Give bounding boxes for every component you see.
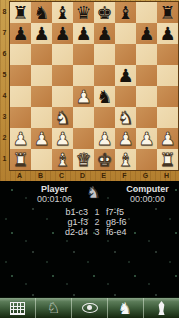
piece-bp-c7: ♟ [52, 23, 73, 44]
move-row: d2-d4 3 f6-e4 [50, 227, 179, 237]
rank-label-5: 5 [0, 64, 9, 85]
piece-bn-e4: ♞ [94, 86, 115, 107]
square-d3[interactable] [73, 107, 94, 128]
square-c7[interactable]: ♟ [52, 23, 73, 44]
player-label: Player [24, 184, 85, 194]
square-b5[interactable] [31, 65, 52, 86]
computer-clock: 00:00:00 [116, 194, 179, 204]
piece-wn-c3: ♞ [52, 107, 73, 128]
square-c8[interactable]: ♝ [52, 2, 73, 23]
black-move: f6-e4 [106, 227, 146, 237]
knight-outline-icon: ♘ [47, 300, 60, 316]
square-b7[interactable]: ♟ [31, 23, 52, 44]
square-g8[interactable] [136, 2, 157, 23]
piece-wp-e2: ♟ [94, 128, 115, 149]
file-label-d: D [72, 171, 93, 181]
square-e8[interactable]: ♚ [94, 2, 115, 23]
square-c4[interactable] [52, 86, 73, 107]
piece-wp-d4: ♟ [73, 86, 94, 107]
bottom-toolbar: ♘ ♞ [0, 297, 179, 318]
piece-bn-b8: ♞ [31, 2, 52, 23]
rank-label-8: 8 [0, 1, 9, 22]
file-label-e: E [93, 171, 114, 181]
square-a5[interactable] [10, 65, 31, 86]
file-label-a: A [9, 171, 30, 181]
square-b3[interactable] [31, 107, 52, 128]
piece-wk-e1: ♚ [94, 149, 115, 170]
piece-wp-g2: ♟ [136, 128, 157, 149]
square-h2[interactable]: ♟ [157, 128, 178, 149]
move-row: g1-f3 2 g8-f6 [50, 217, 179, 227]
piece-wp-f2: ♟ [115, 128, 136, 149]
move-number: 2 [88, 217, 106, 227]
square-f7[interactable] [115, 23, 136, 44]
piece-wp-a2: ♟ [10, 128, 31, 149]
hint-button[interactable]: ♞ [107, 298, 143, 318]
square-h8[interactable]: ♜ [157, 2, 178, 23]
piece-br-h8: ♜ [157, 2, 178, 23]
piece-wr-h1: ♜ [157, 149, 178, 170]
square-e6[interactable] [94, 44, 115, 65]
file-labels: ABCDEFGH [9, 171, 177, 181]
square-b6[interactable] [31, 44, 52, 65]
turn-knight-icon: ♞ [86, 184, 102, 202]
clock-header: Player 00:01:06 ♞ Computer 00:00:00 [0, 181, 179, 204]
square-a4[interactable] [10, 86, 31, 107]
piece-bp-e7: ♟ [94, 23, 115, 44]
square-b8[interactable]: ♞ [31, 2, 52, 23]
computer-label: Computer [116, 184, 179, 194]
rank-label-1: 1 [0, 148, 9, 169]
square-e3[interactable] [94, 107, 115, 128]
bookmark-button[interactable] [143, 298, 179, 318]
file-label-f: F [114, 171, 135, 181]
square-g6[interactable] [136, 44, 157, 65]
square-g2[interactable]: ♟ [136, 128, 157, 149]
piece-wq-d1: ♛ [73, 149, 94, 170]
piece-bk-e8: ♚ [94, 2, 115, 23]
file-label-h: H [156, 171, 177, 181]
file-label-c: C [51, 171, 72, 181]
square-c5[interactable] [52, 65, 73, 86]
board-squares: ♜♞♝♛♚♝♜♟♟♟♟♟♟♟♟♟♞♞♞♟♟♟♟♟♟♟♜♝♛♚♝♜ [9, 1, 179, 171]
piece-wn-f3: ♞ [115, 107, 136, 128]
piece-bp-f5: ♟ [115, 65, 136, 86]
move-number: 1 [88, 207, 106, 217]
square-d6[interactable] [73, 44, 94, 65]
knight-solid-icon: ♞ [118, 300, 134, 317]
square-h7[interactable]: ♟ [157, 23, 178, 44]
move-row: b1-c3 1 f7-f5 [50, 207, 179, 217]
square-g3[interactable] [136, 107, 157, 128]
square-a1[interactable]: ♜ [10, 149, 31, 170]
square-g1[interactable] [136, 149, 157, 170]
knight-piece-button[interactable]: ♘ [35, 298, 71, 318]
square-b2[interactable]: ♟ [31, 128, 52, 149]
rank-label-6: 6 [0, 43, 9, 64]
square-a2[interactable]: ♟ [10, 128, 31, 149]
piece-wb-f1: ♝ [115, 149, 136, 170]
square-g4[interactable] [136, 86, 157, 107]
square-h5[interactable] [157, 65, 178, 86]
chess-board: 87654321 ♜♞♝♛♚♝♜♟♟♟♟♟♟♟♟♟♞♞♞♟♟♟♟♟♟♟♜♝♛♚♝… [0, 0, 179, 181]
square-f5[interactable]: ♟ [115, 65, 136, 86]
piece-bq-d8: ♛ [73, 2, 94, 23]
square-c1[interactable]: ♝ [52, 149, 73, 170]
move-number: 3 [88, 227, 106, 237]
player-clock: 00:01:06 [24, 194, 85, 204]
black-move: f7-f5 [106, 207, 146, 217]
white-move: g1-f3 [50, 217, 88, 227]
square-f8[interactable]: ♝ [115, 2, 136, 23]
view-button[interactable] [71, 298, 107, 318]
square-f4[interactable] [115, 86, 136, 107]
rank-labels: 87654321 [0, 1, 9, 169]
piece-wp-c2: ♟ [52, 128, 73, 149]
piece-bp-g7: ♟ [136, 23, 157, 44]
piece-br-a8: ♜ [10, 2, 31, 23]
square-d4[interactable]: ♟ [73, 86, 94, 107]
square-f1[interactable]: ♝ [115, 149, 136, 170]
square-c6[interactable] [52, 44, 73, 65]
piece-wp-b2: ♟ [31, 128, 52, 149]
rank-label-4: 4 [0, 85, 9, 106]
square-e4[interactable]: ♞ [94, 86, 115, 107]
board-grid-button[interactable] [0, 298, 35, 318]
square-f6[interactable] [115, 44, 136, 65]
square-h3[interactable] [157, 107, 178, 128]
square-a7[interactable]: ♟ [10, 23, 31, 44]
piece-bb-f8: ♝ [115, 2, 136, 23]
square-a3[interactable] [10, 107, 31, 128]
white-move: b1-c3 [50, 207, 88, 217]
square-b4[interactable] [31, 86, 52, 107]
piece-bp-h7: ♟ [157, 23, 178, 44]
square-e7[interactable]: ♟ [94, 23, 115, 44]
square-e2[interactable]: ♟ [94, 128, 115, 149]
square-g5[interactable] [136, 65, 157, 86]
piece-bp-d7: ♟ [73, 23, 94, 44]
square-c3[interactable]: ♞ [52, 107, 73, 128]
square-a6[interactable] [10, 44, 31, 65]
square-g7[interactable]: ♟ [136, 23, 157, 44]
white-move: d2-d4 [50, 227, 88, 237]
bookmark-icon [156, 301, 167, 315]
square-a8[interactable]: ♜ [10, 2, 31, 23]
rank-label-2: 2 [0, 127, 9, 148]
square-h4[interactable] [157, 86, 178, 107]
square-d5[interactable] [73, 65, 94, 86]
eye-icon [82, 303, 98, 313]
rank-label-7: 7 [0, 22, 9, 43]
square-e5[interactable] [94, 65, 115, 86]
square-b1[interactable] [31, 149, 52, 170]
square-f3[interactable]: ♞ [115, 107, 136, 128]
square-h1[interactable]: ♜ [157, 149, 178, 170]
square-d7[interactable]: ♟ [73, 23, 94, 44]
black-move: g8-f6 [106, 217, 146, 227]
file-label-b: B [30, 171, 51, 181]
piece-bp-a7: ♟ [10, 23, 31, 44]
move-list: b1-c3 1 f7-f5 g1-f3 2 g8-f6 d2-d4 3 f6-e… [0, 207, 179, 237]
square-d1[interactable]: ♛ [73, 149, 94, 170]
rank-label-3: 3 [0, 106, 9, 127]
file-label-g: G [135, 171, 156, 181]
piece-wr-a1: ♜ [10, 149, 31, 170]
piece-bp-b7: ♟ [31, 23, 52, 44]
square-d2[interactable] [73, 128, 94, 149]
game-info-panel: Player 00:01:06 ♞ Computer 00:00:00 b1-c… [0, 181, 179, 297]
piece-wp-h2: ♟ [157, 128, 178, 149]
piece-bb-c8: ♝ [52, 2, 73, 23]
square-d8[interactable]: ♛ [73, 2, 94, 23]
square-e1[interactable]: ♚ [94, 149, 115, 170]
grid-icon [10, 302, 25, 315]
square-f2[interactable]: ♟ [115, 128, 136, 149]
piece-wb-c1: ♝ [52, 149, 73, 170]
square-c2[interactable]: ♟ [52, 128, 73, 149]
square-h6[interactable] [157, 44, 178, 65]
